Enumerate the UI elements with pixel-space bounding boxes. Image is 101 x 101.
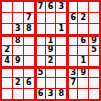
given-digit: 9 bbox=[91, 37, 97, 45]
sudoku-cell-r5c1[interactable]: 2 bbox=[2, 46, 12, 56]
sudoku-cell-r1c5[interactable]: 6 bbox=[46, 2, 56, 12]
sudoku-cell-r9c1[interactable] bbox=[2, 89, 12, 99]
sudoku-cell-r7c5[interactable] bbox=[46, 67, 56, 77]
sudoku-cell-r6c1[interactable]: 4 bbox=[2, 56, 12, 66]
sudoku-cell-r9c6[interactable]: 8 bbox=[56, 89, 66, 99]
sudoku-cell-r6c4[interactable] bbox=[35, 56, 45, 66]
sudoku-cell-r6c8[interactable]: 1 bbox=[78, 56, 88, 66]
sudoku-cell-r8c6[interactable] bbox=[56, 78, 66, 88]
sudoku-cell-r1c7[interactable] bbox=[67, 2, 77, 12]
sudoku-cell-r1c4[interactable]: 7 bbox=[35, 2, 45, 12]
sudoku-cell-r4c7[interactable] bbox=[67, 35, 77, 45]
sudoku-cell-r4c3[interactable] bbox=[24, 35, 34, 45]
sudoku-cell-r7c7[interactable]: 3 bbox=[67, 67, 77, 77]
given-digit: 3 bbox=[59, 3, 65, 11]
sudoku-cell-r9c2[interactable] bbox=[13, 89, 23, 99]
sudoku-cell-r8c4[interactable] bbox=[35, 78, 45, 88]
given-digit: 5 bbox=[91, 46, 97, 54]
given-digit: 9 bbox=[48, 46, 54, 54]
sudoku-cell-r8c3[interactable]: 6 bbox=[24, 78, 34, 88]
sudoku-cell-r8c9[interactable] bbox=[89, 78, 99, 88]
sudoku-cell-r5c8[interactable] bbox=[78, 46, 88, 56]
sudoku-cell-r5c3[interactable] bbox=[24, 46, 34, 56]
given-digit: 6 bbox=[48, 3, 54, 11]
sudoku-cell-r6c7[interactable] bbox=[67, 56, 77, 66]
sudoku-cell-r4c8[interactable]: 6 bbox=[78, 35, 88, 45]
given-digit: 2 bbox=[48, 57, 54, 65]
sudoku-cell-r6c3[interactable] bbox=[24, 56, 34, 66]
sudoku-cell-r7c3[interactable] bbox=[24, 67, 34, 77]
given-digit: 9 bbox=[80, 69, 86, 77]
sudoku-cell-r9c9[interactable] bbox=[89, 89, 99, 99]
sudoku-cell-r3c3[interactable]: 8 bbox=[24, 24, 34, 34]
sudoku-cell-r8c2[interactable]: 2 bbox=[13, 78, 23, 88]
sudoku-cell-r3c7[interactable] bbox=[67, 24, 77, 34]
sudoku-cell-r2c9[interactable] bbox=[89, 13, 99, 23]
sudoku-cell-r8c8[interactable] bbox=[78, 78, 88, 88]
sudoku-cell-r2c6[interactable] bbox=[56, 13, 66, 23]
sudoku-cell-r2c5[interactable] bbox=[46, 13, 56, 23]
given-digit: 2 bbox=[15, 79, 21, 87]
sudoku-cell-r9c8[interactable] bbox=[78, 89, 88, 99]
sudoku-cell-r4c1[interactable] bbox=[2, 35, 12, 45]
given-digit: 3 bbox=[70, 69, 76, 77]
sudoku-cell-r6c9[interactable] bbox=[89, 56, 99, 66]
given-digit: 8 bbox=[59, 90, 65, 98]
sudoku-cell-r5c7[interactable] bbox=[67, 46, 77, 56]
sudoku-cell-r4c2[interactable]: 8 bbox=[13, 35, 23, 45]
sudoku-cell-r5c4[interactable] bbox=[35, 46, 45, 56]
given-digit: 2 bbox=[80, 14, 86, 22]
given-digit: 9 bbox=[15, 57, 21, 65]
sudoku-cell-r7c4[interactable]: 5 bbox=[35, 67, 45, 77]
given-digit: 6 bbox=[38, 90, 44, 98]
given-digit: 7 bbox=[26, 14, 32, 22]
given-digit: 8 bbox=[26, 25, 32, 33]
sudoku-cell-r3c6[interactable]: 1 bbox=[56, 24, 66, 34]
given-digit: 4 bbox=[4, 57, 10, 65]
sudoku-cell-r2c2[interactable] bbox=[13, 13, 23, 23]
sudoku-cell-r7c2[interactable] bbox=[13, 67, 23, 77]
sudoku-cell-r3c1[interactable] bbox=[2, 24, 12, 34]
given-digit: 6 bbox=[80, 37, 86, 45]
given-digit: 8 bbox=[15, 37, 21, 45]
sudoku-cell-r6c2[interactable]: 9 bbox=[13, 56, 23, 66]
sudoku-cell-r9c3[interactable] bbox=[24, 89, 34, 99]
given-digit: 1 bbox=[48, 37, 54, 45]
sudoku-cell-r9c4[interactable]: 6 bbox=[35, 89, 45, 99]
sudoku-cell-r3c8[interactable] bbox=[78, 24, 88, 34]
sudoku-cell-r5c9[interactable]: 5 bbox=[89, 46, 99, 56]
sudoku-cell-r7c1[interactable] bbox=[2, 67, 12, 77]
sudoku-cell-r1c2[interactable] bbox=[13, 2, 23, 12]
given-digit: 7 bbox=[38, 3, 44, 11]
sudoku-cell-r6c5[interactable]: 2 bbox=[46, 56, 56, 66]
sudoku-board: 76376238181692954921539267638 bbox=[0, 0, 101, 101]
sudoku-cell-r2c4[interactable] bbox=[35, 13, 45, 23]
sudoku-cell-r3c5[interactable] bbox=[46, 24, 56, 34]
given-digit: 7 bbox=[70, 79, 76, 87]
sudoku-cell-r9c5[interactable]: 3 bbox=[46, 89, 56, 99]
given-digit: 6 bbox=[70, 14, 76, 22]
sudoku-cell-r1c1[interactable] bbox=[2, 2, 12, 12]
sudoku-cell-r4c5[interactable]: 1 bbox=[46, 35, 56, 45]
sudoku-cell-r7c8[interactable]: 9 bbox=[78, 67, 88, 77]
sudoku-cell-r2c7[interactable]: 6 bbox=[67, 13, 77, 23]
sudoku-cell-r3c9[interactable] bbox=[89, 24, 99, 34]
sudoku-cell-r7c6[interactable] bbox=[56, 67, 66, 77]
sudoku-cell-r4c9[interactable]: 9 bbox=[89, 35, 99, 45]
given-digit: 3 bbox=[15, 25, 21, 33]
sudoku-cell-r8c1[interactable] bbox=[2, 78, 12, 88]
sudoku-cell-r1c8[interactable] bbox=[78, 2, 88, 12]
sudoku-cell-r5c2[interactable] bbox=[13, 46, 23, 56]
sudoku-cell-r2c1[interactable] bbox=[2, 13, 12, 23]
given-digit: 5 bbox=[38, 69, 44, 77]
sudoku-cell-r4c6[interactable] bbox=[56, 35, 66, 45]
sudoku-cell-r3c4[interactable] bbox=[35, 24, 45, 34]
sudoku-cell-r1c9[interactable] bbox=[89, 2, 99, 12]
sudoku-cell-r5c5[interactable]: 9 bbox=[46, 46, 56, 56]
sudoku-cell-r3c2[interactable]: 3 bbox=[13, 24, 23, 34]
sudoku-cell-r5c6[interactable] bbox=[56, 46, 66, 56]
sudoku-cell-r9c7[interactable] bbox=[67, 89, 77, 99]
given-digit: 6 bbox=[26, 79, 32, 87]
sudoku-cell-r1c6[interactable]: 3 bbox=[56, 2, 66, 12]
sudoku-cell-r2c3[interactable]: 7 bbox=[24, 13, 34, 23]
given-digit: 1 bbox=[59, 25, 65, 33]
sudoku-cell-r2c8[interactable]: 2 bbox=[78, 13, 88, 23]
sudoku-cell-r7c9[interactable] bbox=[89, 67, 99, 77]
given-digit: 1 bbox=[80, 57, 86, 65]
given-digit: 2 bbox=[4, 46, 10, 54]
sudoku-cell-r8c7[interactable]: 7 bbox=[67, 78, 77, 88]
sudoku-cell-r1c3[interactable] bbox=[24, 2, 34, 12]
sudoku-cell-r8c5[interactable] bbox=[46, 78, 56, 88]
sudoku-cell-r4c4[interactable] bbox=[35, 35, 45, 45]
sudoku-cell-r6c6[interactable] bbox=[56, 56, 66, 66]
given-digit: 3 bbox=[48, 90, 54, 98]
